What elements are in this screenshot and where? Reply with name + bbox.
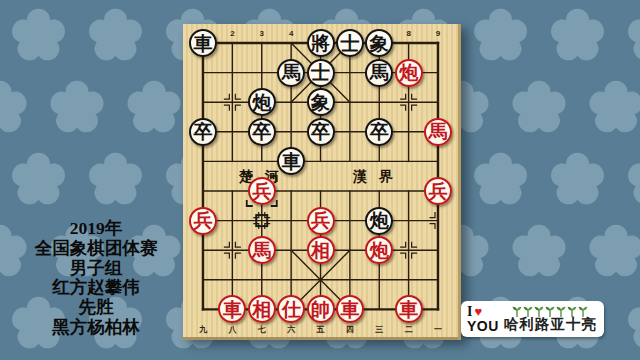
- piece-black-soldier[interactable]: 卒: [307, 118, 335, 146]
- piece-red-soldier[interactable]: 兵: [248, 177, 276, 205]
- logo-you-text: YOU: [467, 319, 499, 333]
- piece-black-general[interactable]: 將: [307, 29, 335, 57]
- piece-black-soldier[interactable]: 卒: [365, 118, 393, 146]
- piece-red-horse[interactable]: 馬: [424, 118, 452, 146]
- piece-red-cannon[interactable]: 炮: [365, 236, 393, 264]
- logo-chinese-text: 哈利路亚十亮: [504, 317, 597, 332]
- piece-red-chariot[interactable]: 車: [218, 295, 246, 323]
- info-line: 先胜: [2, 298, 190, 318]
- info-line: 全国象棋团体赛: [2, 239, 190, 259]
- piece-red-horse[interactable]: 馬: [248, 236, 276, 264]
- piece-black-elephant[interactable]: 象: [307, 88, 335, 116]
- piece-black-cannon[interactable]: 炮: [248, 88, 276, 116]
- piece-red-soldier[interactable]: 兵: [424, 177, 452, 205]
- piece-black-chariot[interactable]: 車: [277, 147, 305, 175]
- piece-red-general[interactable]: 帥: [307, 295, 335, 323]
- piece-red-soldier[interactable]: 兵: [307, 207, 335, 235]
- screenshot-root: 2019年全国象棋团体赛男子组红方赵攀伟先胜黑方杨柏林 楚河漢界12345678…: [0, 0, 640, 360]
- event-info-text: 2019年全国象棋团体赛男子组红方赵攀伟先胜黑方杨柏林: [2, 219, 190, 338]
- piece-red-cannon[interactable]: 炮: [395, 59, 423, 87]
- info-line: 红方赵攀伟: [2, 278, 190, 298]
- info-line: 黑方杨柏林: [2, 318, 190, 338]
- piece-black-cannon[interactable]: 炮: [365, 207, 393, 235]
- piece-black-elephant[interactable]: 象: [365, 29, 393, 57]
- info-line: 男子组: [2, 259, 190, 279]
- info-line: 2019年: [2, 219, 190, 239]
- piece-red-elephant[interactable]: 相: [248, 295, 276, 323]
- piece-red-advisor[interactable]: 仕: [277, 295, 305, 323]
- piece-black-advisor[interactable]: 士: [307, 59, 335, 87]
- piece-red-soldier[interactable]: 兵: [189, 207, 217, 235]
- piece-black-chariot[interactable]: 車: [189, 29, 217, 57]
- piece-black-soldier[interactable]: 卒: [189, 118, 217, 146]
- piece-black-horse[interactable]: 馬: [277, 59, 305, 87]
- heart-icon: ♥: [474, 305, 482, 318]
- piece-black-horse[interactable]: 馬: [365, 59, 393, 87]
- watermark-logo: I ♥ YOU 哈利路亚十亮: [461, 301, 604, 337]
- piece-red-elephant[interactable]: 相: [307, 236, 335, 264]
- logo-i-text: I: [467, 305, 472, 319]
- pieces-layer: 車將士象馬士馬炮炮象卒卒卒卒馬車兵兵兵兵炮馬相炮車相仕帥車車: [183, 24, 461, 340]
- xiangqi-board: 楚河漢界123456789九八七六五四三二一 車將士象馬士馬炮炮象卒卒卒卒馬車兵…: [183, 24, 461, 340]
- piece-red-chariot[interactable]: 車: [395, 295, 423, 323]
- piece-black-advisor[interactable]: 士: [336, 29, 364, 57]
- piece-red-advisor-placeholder[interactable]: 車: [336, 295, 364, 323]
- piece-black-soldier[interactable]: 卒: [248, 118, 276, 146]
